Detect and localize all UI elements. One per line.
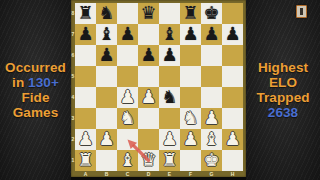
square-c6 [117, 45, 138, 66]
piece-white-rook: ♜ [159, 150, 180, 171]
square-g7: ♟ [201, 24, 222, 45]
square-c1: ♝ [117, 150, 138, 171]
square-e2: ♟ [159, 129, 180, 150]
piece-black-pawn: ♟ [201, 24, 222, 45]
caption-segment: 130+ [28, 75, 59, 90]
square-h5 [222, 66, 243, 87]
piece-white-pawn: ♟ [96, 129, 117, 150]
file-label-c: C [117, 171, 138, 177]
square-f4 [180, 87, 201, 108]
square-b7: ♝ [96, 24, 117, 45]
piece-black-pawn: ♟ [159, 45, 180, 66]
square-d3 [138, 108, 159, 129]
square-e5 [159, 66, 180, 87]
square-c3: ♞ [117, 108, 138, 129]
square-e3 [159, 108, 180, 129]
piece-black-pawn: ♟ [222, 24, 243, 45]
square-g6 [201, 45, 222, 66]
square-b5 [96, 66, 117, 87]
square-e1: ♜ [159, 150, 180, 171]
file-label-e: E [159, 171, 180, 177]
file-label-h: H [222, 171, 243, 177]
square-h4 [222, 87, 243, 108]
square-a4 [75, 87, 96, 108]
video-frame: Occurredin 130+FideGames 87654321 ABCDEF… [0, 0, 320, 180]
caption-line: Occurred [5, 60, 66, 75]
caption-segment: 2638 [268, 105, 298, 120]
square-c8 [117, 3, 138, 24]
piece-black-queen: ♛ [138, 3, 159, 24]
square-d2 [138, 129, 159, 150]
board-squares: ♜♞♛♜♚♟♝♟♝♟♟♟♟♟♟♟♟♞♞♞♟♟♟♟♟♝♟♜♝♛♜♚ [75, 3, 243, 171]
caption-line: in 130+ [5, 75, 66, 90]
square-b1 [96, 150, 117, 171]
caption-segment: Highest [258, 60, 308, 75]
square-c5 [117, 66, 138, 87]
square-a6 [75, 45, 96, 66]
caption-segment: in [12, 75, 28, 90]
right-caption-text: HighestELOTrapped2638 [256, 60, 309, 120]
piece-black-bishop: ♝ [96, 24, 117, 45]
square-a3 [75, 108, 96, 129]
square-f5 [180, 66, 201, 87]
square-a2: ♟ [75, 129, 96, 150]
piece-white-knight: ♞ [180, 108, 201, 129]
piece-white-king: ♚ [201, 150, 222, 171]
caption-segment: Fide [21, 90, 49, 105]
piece-black-pawn: ♟ [138, 45, 159, 66]
square-g4 [201, 87, 222, 108]
piece-black-pawn: ♟ [96, 45, 117, 66]
square-b6: ♟ [96, 45, 117, 66]
square-d5 [138, 66, 159, 87]
chess-board: 87654321 ABCDEFGH ♜♞♛♜♚♟♝♟♝♟♟♟♟♟♟♟♟♞♞♞♟♟… [71, 0, 246, 177]
piece-white-rook: ♜ [75, 150, 96, 171]
file-label-g: G [201, 171, 222, 177]
caption-segment: Occurred [5, 60, 66, 75]
square-e8 [159, 3, 180, 24]
square-h1 [222, 150, 243, 171]
square-d4: ♟ [138, 87, 159, 108]
channel-logo [296, 5, 307, 18]
caption-segment: ELO [269, 75, 297, 90]
square-h2: ♟ [222, 129, 243, 150]
square-h7: ♟ [222, 24, 243, 45]
piece-white-bishop: ♝ [117, 150, 138, 171]
square-d1: ♛ [138, 150, 159, 171]
right-caption-panel: HighestELOTrapped2638 [246, 0, 320, 180]
caption-line: Highest [256, 60, 309, 75]
file-label-b: B [96, 171, 117, 177]
piece-white-pawn: ♟ [75, 129, 96, 150]
file-label-d: D [138, 171, 159, 177]
square-g1: ♚ [201, 150, 222, 171]
piece-black-pawn: ♟ [180, 24, 201, 45]
square-e6: ♟ [159, 45, 180, 66]
piece-black-knight: ♞ [96, 3, 117, 24]
square-b8: ♞ [96, 3, 117, 24]
square-a5 [75, 66, 96, 87]
file-label-a: A [75, 171, 96, 177]
piece-black-pawn: ♟ [117, 24, 138, 45]
square-h3 [222, 108, 243, 129]
piece-white-pawn: ♟ [222, 129, 243, 150]
piece-white-pawn: ♟ [117, 87, 138, 108]
left-caption-text: Occurredin 130+FideGames [5, 60, 66, 120]
piece-black-pawn: ♟ [75, 24, 96, 45]
channel-logo-mark [300, 8, 303, 15]
piece-white-pawn: ♟ [138, 87, 159, 108]
square-h6 [222, 45, 243, 66]
piece-black-bishop: ♝ [159, 24, 180, 45]
piece-black-knight: ♞ [159, 87, 180, 108]
file-labels: ABCDEFGH [75, 171, 243, 177]
square-h8 [222, 3, 243, 24]
piece-black-rook: ♜ [75, 3, 96, 24]
square-f1 [180, 150, 201, 171]
piece-white-bishop: ♝ [201, 129, 222, 150]
piece-black-rook: ♜ [180, 3, 201, 24]
square-d6: ♟ [138, 45, 159, 66]
caption-segment: Games [13, 105, 59, 120]
piece-white-pawn: ♟ [201, 108, 222, 129]
board-column: 87654321 ABCDEFGH ♜♞♛♜♚♟♝♟♝♟♟♟♟♟♟♟♟♞♞♞♟♟… [71, 0, 246, 180]
caption-line: Trapped [256, 90, 309, 105]
square-g8: ♚ [201, 3, 222, 24]
square-c4: ♟ [117, 87, 138, 108]
piece-white-knight: ♞ [117, 108, 138, 129]
square-a8: ♜ [75, 3, 96, 24]
square-g3: ♟ [201, 108, 222, 129]
square-d8: ♛ [138, 3, 159, 24]
square-g2: ♝ [201, 129, 222, 150]
square-f6 [180, 45, 201, 66]
caption-line: Games [5, 105, 66, 120]
square-b3 [96, 108, 117, 129]
square-e7: ♝ [159, 24, 180, 45]
caption-segment: Trapped [256, 90, 309, 105]
square-g5 [201, 66, 222, 87]
square-b4 [96, 87, 117, 108]
square-c2 [117, 129, 138, 150]
caption-line: Fide [5, 90, 66, 105]
square-f8: ♜ [180, 3, 201, 24]
square-a7: ♟ [75, 24, 96, 45]
piece-white-queen: ♛ [138, 150, 159, 171]
caption-line: 2638 [256, 105, 309, 120]
square-d7 [138, 24, 159, 45]
piece-white-pawn: ♟ [180, 129, 201, 150]
piece-white-pawn: ♟ [159, 129, 180, 150]
square-f3: ♞ [180, 108, 201, 129]
piece-black-king: ♚ [201, 3, 222, 24]
square-b2: ♟ [96, 129, 117, 150]
square-a1: ♜ [75, 150, 96, 171]
square-f7: ♟ [180, 24, 201, 45]
square-c7: ♟ [117, 24, 138, 45]
caption-line: ELO [256, 75, 309, 90]
square-e4: ♞ [159, 87, 180, 108]
left-caption-panel: Occurredin 130+FideGames [0, 0, 71, 180]
square-f2: ♟ [180, 129, 201, 150]
file-label-f: F [180, 171, 201, 177]
